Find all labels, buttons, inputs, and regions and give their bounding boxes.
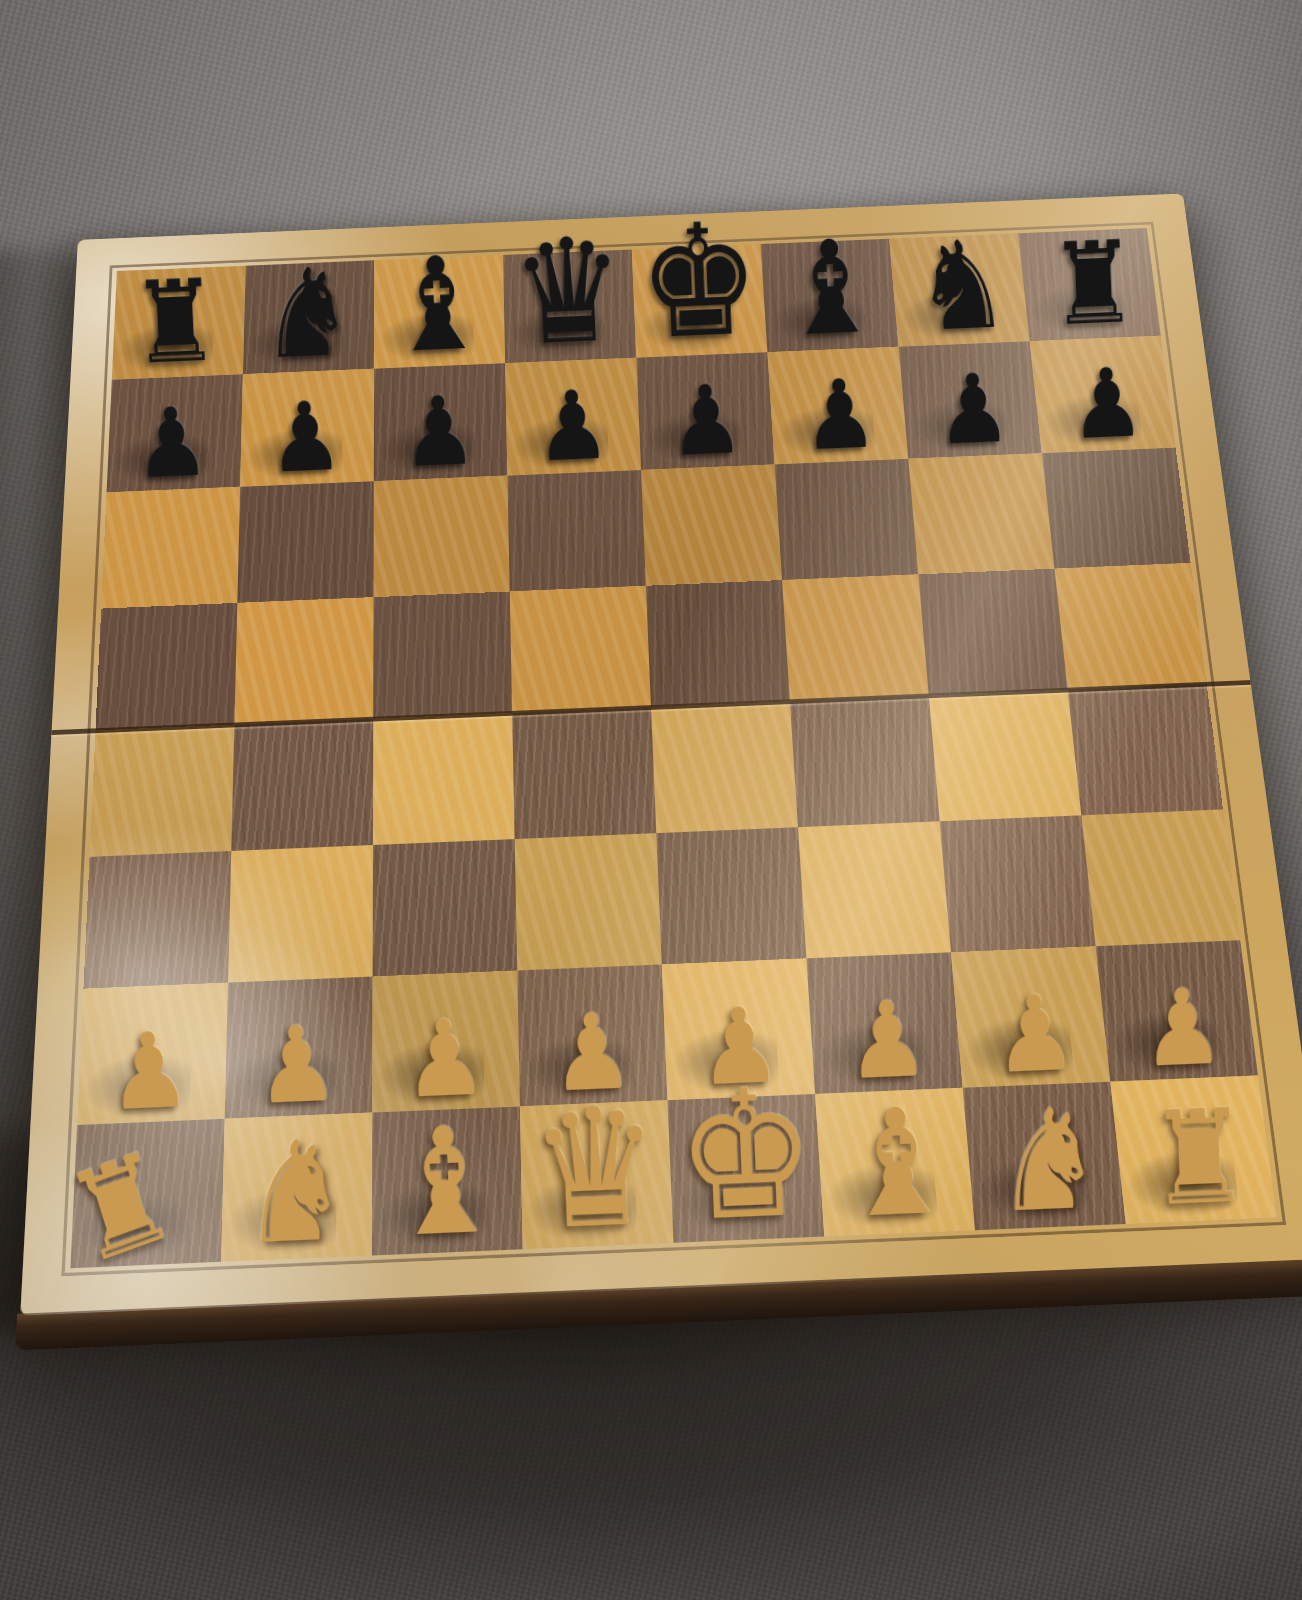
black-king[interactable]: ♚ [636, 208, 762, 355]
square-c7[interactable]: ♟ [374, 363, 508, 481]
square-h4[interactable] [1068, 684, 1223, 815]
square-c6[interactable] [374, 475, 510, 597]
square-g8[interactable]: ♞ [889, 233, 1029, 346]
square-h6[interactable] [1042, 447, 1191, 569]
board-front-edge [15, 1258, 1302, 1350]
square-e5[interactable] [646, 580, 790, 707]
square-f8[interactable]: ♝ [761, 239, 899, 352]
white-pawn[interactable]: ♟ [105, 1022, 191, 1122]
square-a7[interactable]: ♟ [107, 374, 243, 492]
square-e3[interactable] [656, 827, 806, 964]
white-rook[interactable]: ♜ [1146, 1098, 1252, 1221]
square-b6[interactable] [237, 481, 373, 603]
square-e8[interactable]: ♚ [632, 244, 768, 357]
black-pawn[interactable]: ♟ [1068, 359, 1145, 450]
black-pawn[interactable]: ♟ [533, 381, 611, 472]
square-b7[interactable]: ♟ [240, 368, 374, 486]
black-bishop[interactable]: ♝ [384, 244, 489, 366]
square-b5[interactable] [234, 597, 373, 724]
square-d8[interactable]: ♛ [503, 249, 636, 362]
square-c1[interactable]: ♝ [372, 1107, 523, 1256]
square-g2[interactable]: ♟ [951, 946, 1110, 1088]
square-c2[interactable]: ♟ [372, 970, 520, 1113]
square-g1[interactable]: ♞ [963, 1082, 1126, 1230]
black-pawn[interactable]: ♟ [400, 387, 478, 478]
square-a4[interactable] [90, 724, 235, 856]
square-e7[interactable]: ♟ [636, 352, 774, 470]
black-bishop[interactable]: ♝ [778, 227, 883, 349]
black-pawn[interactable]: ♟ [667, 376, 745, 467]
black-queen[interactable]: ♛ [509, 224, 626, 361]
square-d6[interactable] [507, 470, 645, 592]
square-a2[interactable]: ♟ [77, 982, 228, 1125]
square-d1[interactable]: ♛ [520, 1100, 674, 1249]
white-knight[interactable]: ♞ [991, 1095, 1105, 1228]
square-d3[interactable] [515, 833, 662, 970]
square-f5[interactable] [782, 575, 929, 702]
square-h3[interactable] [1081, 809, 1240, 946]
square-f6[interactable] [775, 458, 919, 580]
white-pawn[interactable]: ♟ [992, 985, 1078, 1085]
square-a3[interactable] [83, 851, 231, 988]
square-a1[interactable]: ♜ [70, 1119, 224, 1268]
square-h5[interactable] [1054, 563, 1206, 689]
square-g3[interactable] [940, 815, 1096, 952]
white-king[interactable]: ♚ [673, 1072, 818, 1240]
board-grid: ♜♞♝♛♚♝♞♜♟♟♟♟♟♟♟♟♟♟♟♟♟♟♟♟♜♞♝♛♚♝♞♜ [70, 228, 1276, 1268]
black-knight[interactable]: ♞ [256, 255, 356, 371]
square-b3[interactable] [228, 845, 373, 982]
black-rook[interactable]: ♜ [1047, 230, 1139, 338]
square-c5[interactable] [373, 592, 512, 719]
square-g4[interactable] [929, 690, 1082, 821]
chess-board: ♜♞♝♛♚♝♞♜♟♟♟♟♟♟♟♟♟♟♟♟♟♟♟♟♜♞♝♛♚♝♞♜ [20, 194, 1302, 1316]
square-g6[interactable] [908, 453, 1054, 575]
square-c3[interactable] [373, 839, 518, 976]
square-b4[interactable] [231, 719, 373, 851]
white-rook[interactable]: ♜ [56, 1138, 186, 1281]
white-pawn[interactable]: ♟ [253, 1016, 339, 1116]
white-bishop[interactable]: ♝ [384, 1113, 505, 1253]
white-knight[interactable]: ♞ [236, 1126, 351, 1259]
black-pawn[interactable]: ♟ [934, 365, 1012, 456]
white-queen[interactable]: ♛ [527, 1090, 662, 1246]
square-b2[interactable]: ♟ [225, 976, 373, 1119]
square-e4[interactable] [651, 701, 798, 833]
square-f2[interactable]: ♟ [806, 952, 962, 1094]
square-g7[interactable]: ♟ [899, 341, 1042, 458]
square-h7[interactable]: ♟ [1030, 335, 1176, 452]
black-pawn[interactable]: ♟ [132, 398, 210, 489]
square-f1[interactable]: ♝ [815, 1088, 975, 1236]
square-d7[interactable]: ♟ [505, 357, 641, 475]
square-c8[interactable]: ♝ [374, 255, 505, 369]
square-f7[interactable]: ♟ [767, 346, 908, 463]
square-a5[interactable] [95, 603, 237, 730]
square-b8[interactable]: ♞ [243, 260, 374, 374]
square-d4[interactable] [512, 707, 656, 839]
square-h2[interactable]: ♟ [1096, 940, 1258, 1082]
square-a6[interactable] [101, 486, 240, 608]
square-a8[interactable]: ♜ [112, 266, 246, 380]
black-pawn[interactable]: ♟ [801, 370, 879, 461]
square-h8[interactable]: ♜ [1018, 228, 1161, 341]
square-g5[interactable] [918, 569, 1067, 695]
square-d5[interactable] [510, 586, 651, 713]
white-pawn[interactable]: ♟ [1139, 979, 1224, 1079]
square-b1[interactable]: ♞ [221, 1113, 372, 1262]
black-pawn[interactable]: ♟ [266, 393, 344, 484]
square-h1[interactable]: ♜ [1110, 1076, 1276, 1224]
perspective-wrapper: ♜♞♝♛♚♝♞♜♟♟♟♟♟♟♟♟♟♟♟♟♟♟♟♟♜♞♝♛♚♝♞♜ [0, 0, 1302, 1600]
black-knight[interactable]: ♞ [912, 228, 1011, 344]
square-f4[interactable] [790, 695, 940, 827]
square-e6[interactable] [641, 464, 782, 586]
square-f3[interactable] [798, 821, 951, 958]
square-e1[interactable]: ♚ [668, 1094, 825, 1243]
black-rook[interactable]: ♜ [129, 269, 222, 377]
square-c4[interactable] [373, 713, 515, 845]
white-bishop[interactable]: ♝ [837, 1094, 957, 1234]
